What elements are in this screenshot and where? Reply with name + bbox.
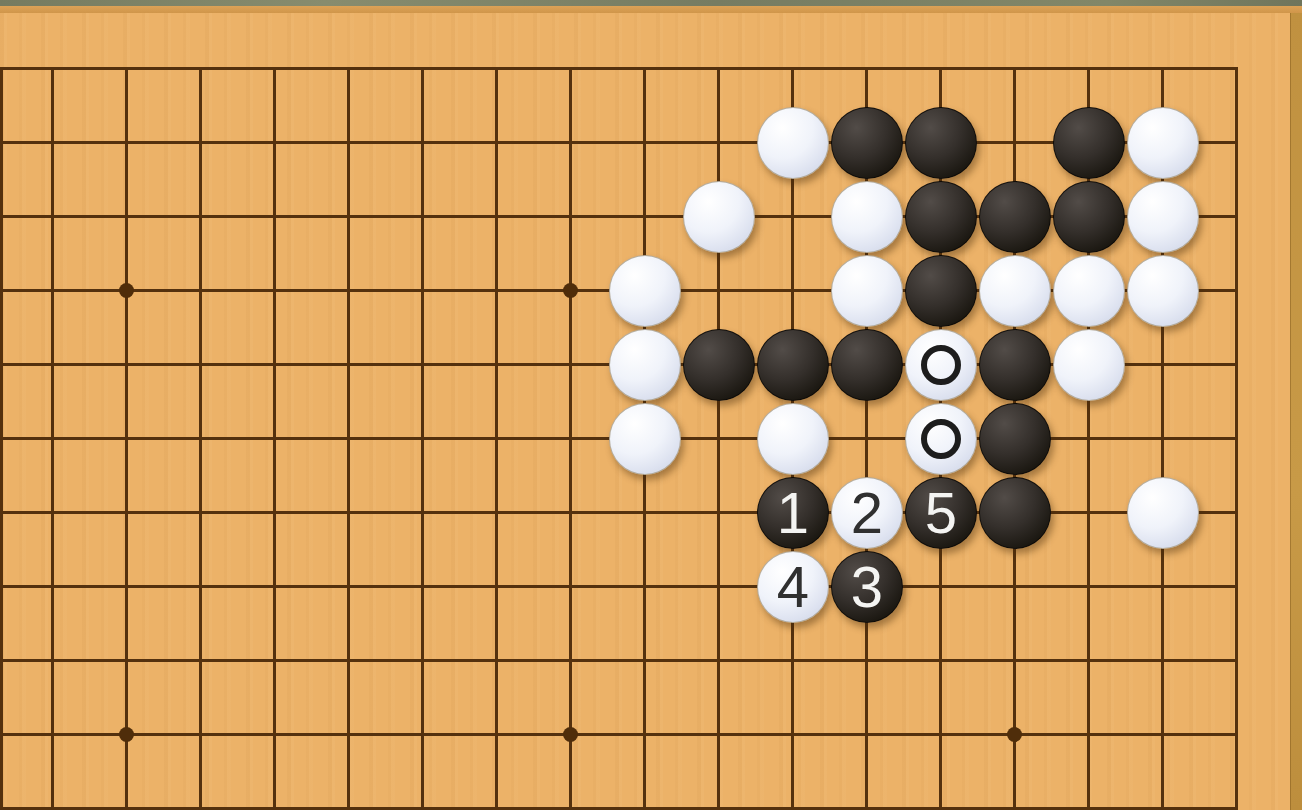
stone-white [757,107,829,179]
stone-black [831,107,903,179]
star-point [1007,727,1022,742]
stone-white [1053,255,1125,327]
grid-line-horizontal [0,733,1238,736]
grid-line-horizontal [0,141,1238,144]
stone-white [905,329,977,401]
grid-line-horizontal [0,215,1238,218]
circle-marker [921,419,961,459]
stone-white [609,255,681,327]
go-app-screen: 12543 [0,0,1302,810]
star-point [563,283,578,298]
stone-white [905,403,977,475]
move-number: 2 [851,484,883,542]
stone-black [831,329,903,401]
stone-black [979,329,1051,401]
stone-white [1127,181,1199,253]
stone-white [609,403,681,475]
stone-white: 2 [831,477,903,549]
stone-white [979,255,1051,327]
stone-black [1053,181,1125,253]
stone-white: 4 [757,551,829,623]
stone-white [1053,329,1125,401]
grid-line-horizontal [0,659,1238,662]
star-point [119,283,134,298]
move-number: 3 [851,558,883,616]
stone-white [609,329,681,401]
stone-black [905,181,977,253]
grid-line-horizontal [0,67,1238,70]
board-top-edge [0,6,1302,13]
grid-line-horizontal [0,585,1238,588]
stone-black: 5 [905,477,977,549]
stone-white [757,403,829,475]
stone-white [1127,477,1199,549]
stone-black: 3 [831,551,903,623]
move-number: 1 [777,484,809,542]
stone-black [1053,107,1125,179]
stone-black [979,181,1051,253]
stone-white [1127,255,1199,327]
stone-black [979,477,1051,549]
grid-line-horizontal [0,511,1238,514]
go-board[interactable]: 12543 [0,0,1302,810]
stone-black [905,107,977,179]
stone-white [831,255,903,327]
stone-black [979,403,1051,475]
grid-line-horizontal [0,807,1238,810]
stone-white [831,181,903,253]
stone-white [683,181,755,253]
star-point [563,727,578,742]
move-number: 4 [777,558,809,616]
stone-black: 1 [757,477,829,549]
board-right-edge [1290,6,1302,810]
stone-black [905,255,977,327]
stone-black [683,329,755,401]
stone-black [757,329,829,401]
stone-white [1127,107,1199,179]
star-point [119,727,134,742]
circle-marker [921,345,961,385]
move-number: 5 [925,484,957,542]
